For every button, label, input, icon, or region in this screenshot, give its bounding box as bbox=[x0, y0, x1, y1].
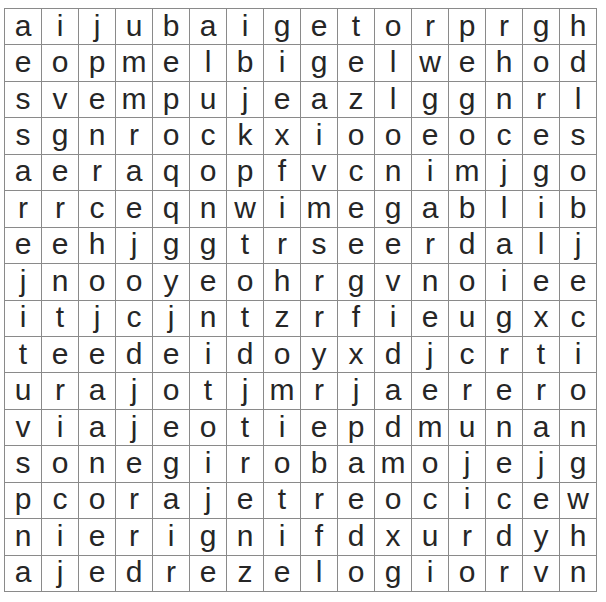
cell-r15c9[interactable]: f bbox=[301, 519, 338, 555]
cell-r4c3[interactable]: n bbox=[79, 118, 116, 154]
cell-r8c12[interactable]: n bbox=[412, 264, 449, 300]
cell-r14c2[interactable]: c bbox=[42, 483, 79, 519]
cell-r12c10[interactable]: p bbox=[338, 410, 375, 446]
cell-r6c10[interactable]: e bbox=[338, 191, 375, 227]
cell-r5c3[interactable]: r bbox=[79, 155, 116, 191]
cell-r8c15[interactable]: e bbox=[523, 264, 560, 300]
cell-r16c5[interactable]: r bbox=[153, 556, 190, 592]
cell-r12c14[interactable]: n bbox=[486, 410, 523, 446]
cell-r16c16[interactable]: n bbox=[560, 556, 597, 592]
cell-r8c16[interactable]: e bbox=[560, 264, 597, 300]
cell-r6c8[interactable]: i bbox=[264, 191, 301, 227]
cell-r9c16[interactable]: c bbox=[560, 301, 597, 337]
cell-r2c6[interactable]: l bbox=[190, 45, 227, 81]
cell-r3c4[interactable]: m bbox=[116, 82, 153, 118]
cell-r2c1[interactable]: e bbox=[5, 45, 42, 81]
cell-r7c6[interactable]: g bbox=[190, 228, 227, 264]
cell-r15c6[interactable]: g bbox=[190, 519, 227, 555]
cell-r13c2[interactable]: o bbox=[42, 446, 79, 482]
cell-r16c12[interactable]: i bbox=[412, 556, 449, 592]
cell-r10c10[interactable]: x bbox=[338, 337, 375, 373]
cell-r1c9[interactable]: e bbox=[301, 9, 338, 45]
cell-r5c11[interactable]: n bbox=[375, 155, 412, 191]
cell-r6c12[interactable]: a bbox=[412, 191, 449, 227]
cell-r13c10[interactable]: a bbox=[338, 446, 375, 482]
cell-r16c1[interactable]: a bbox=[5, 556, 42, 592]
cell-r15c4[interactable]: r bbox=[116, 519, 153, 555]
cell-r3c11[interactable]: l bbox=[375, 82, 412, 118]
cell-r12c1[interactable]: v bbox=[5, 410, 42, 446]
cell-r1c1[interactable]: a bbox=[5, 9, 42, 45]
cell-r4c10[interactable]: o bbox=[338, 118, 375, 154]
cell-r7c5[interactable]: g bbox=[153, 228, 190, 264]
cell-r9c4[interactable]: c bbox=[116, 301, 153, 337]
cell-r6c6[interactable]: n bbox=[190, 191, 227, 227]
cell-r5c1[interactable]: a bbox=[5, 155, 42, 191]
cell-r4c1[interactable]: s bbox=[5, 118, 42, 154]
cell-r6c13[interactable]: b bbox=[449, 191, 486, 227]
cell-r3c16[interactable]: l bbox=[560, 82, 597, 118]
cell-r6c2[interactable]: r bbox=[42, 191, 79, 227]
cell-r13c11[interactable]: m bbox=[375, 446, 412, 482]
cell-r14c16[interactable]: w bbox=[560, 483, 597, 519]
cell-r8c3[interactable]: o bbox=[79, 264, 116, 300]
cell-r7c16[interactable]: j bbox=[560, 228, 597, 264]
cell-r1c2[interactable]: i bbox=[42, 9, 79, 45]
cell-r9c13[interactable]: u bbox=[449, 301, 486, 337]
cell-r10c12[interactable]: j bbox=[412, 337, 449, 373]
cell-r1c3[interactable]: j bbox=[79, 9, 116, 45]
cell-r9c2[interactable]: t bbox=[42, 301, 79, 337]
cell-r16c10[interactable]: o bbox=[338, 556, 375, 592]
cell-r16c13[interactable]: o bbox=[449, 556, 486, 592]
cell-r16c11[interactable]: g bbox=[375, 556, 412, 592]
cell-r5c16[interactable]: o bbox=[560, 155, 597, 191]
cell-r6c3[interactable]: c bbox=[79, 191, 116, 227]
cell-r13c3[interactable]: n bbox=[79, 446, 116, 482]
cell-r16c6[interactable]: e bbox=[190, 556, 227, 592]
cell-r7c10[interactable]: e bbox=[338, 228, 375, 264]
cell-r13c15[interactable]: j bbox=[523, 446, 560, 482]
cell-r13c4[interactable]: e bbox=[116, 446, 153, 482]
cell-r13c6[interactable]: i bbox=[190, 446, 227, 482]
cell-r12c6[interactable]: o bbox=[190, 410, 227, 446]
cell-r15c11[interactable]: x bbox=[375, 519, 412, 555]
cell-r13c12[interactable]: o bbox=[412, 446, 449, 482]
cell-r2c12[interactable]: w bbox=[412, 45, 449, 81]
cell-r10c8[interactable]: o bbox=[264, 337, 301, 373]
cell-r9c8[interactable]: z bbox=[264, 301, 301, 337]
cell-r2c15[interactable]: o bbox=[523, 45, 560, 81]
cell-r5c14[interactable]: j bbox=[486, 155, 523, 191]
cell-r10c14[interactable]: r bbox=[486, 337, 523, 373]
cell-r7c12[interactable]: r bbox=[412, 228, 449, 264]
cell-r15c3[interactable]: e bbox=[79, 519, 116, 555]
cell-r14c9[interactable]: r bbox=[301, 483, 338, 519]
cell-r1c15[interactable]: g bbox=[523, 9, 560, 45]
cell-r10c13[interactable]: c bbox=[449, 337, 486, 373]
cell-r2c11[interactable]: l bbox=[375, 45, 412, 81]
cell-r8c11[interactable]: v bbox=[375, 264, 412, 300]
cell-r7c9[interactable]: s bbox=[301, 228, 338, 264]
cell-r10c15[interactable]: t bbox=[523, 337, 560, 373]
cell-r3c14[interactable]: n bbox=[486, 82, 523, 118]
cell-r8c13[interactable]: o bbox=[449, 264, 486, 300]
cell-r16c15[interactable]: v bbox=[523, 556, 560, 592]
cell-r2c4[interactable]: m bbox=[116, 45, 153, 81]
cell-r2c13[interactable]: e bbox=[449, 45, 486, 81]
cell-r4c5[interactable]: o bbox=[153, 118, 190, 154]
cell-r8c8[interactable]: h bbox=[264, 264, 301, 300]
cell-r6c11[interactable]: g bbox=[375, 191, 412, 227]
cell-r16c2[interactable]: j bbox=[42, 556, 79, 592]
cell-r11c5[interactable]: o bbox=[153, 373, 190, 409]
cell-r3c8[interactable]: e bbox=[264, 82, 301, 118]
cell-r11c7[interactable]: j bbox=[227, 373, 264, 409]
cell-r8c7[interactable]: o bbox=[227, 264, 264, 300]
cell-r12c4[interactable]: j bbox=[116, 410, 153, 446]
cell-r11c13[interactable]: r bbox=[449, 373, 486, 409]
cell-r9c14[interactable]: g bbox=[486, 301, 523, 337]
cell-r3c5[interactable]: p bbox=[153, 82, 190, 118]
cell-r10c1[interactable]: t bbox=[5, 337, 42, 373]
cell-r1c11[interactable]: o bbox=[375, 9, 412, 45]
cell-r14c14[interactable]: c bbox=[486, 483, 523, 519]
cell-r4c8[interactable]: x bbox=[264, 118, 301, 154]
cell-r14c5[interactable]: a bbox=[153, 483, 190, 519]
cell-r1c16[interactable]: h bbox=[560, 9, 597, 45]
cell-r13c9[interactable]: b bbox=[301, 446, 338, 482]
cell-r8c5[interactable]: y bbox=[153, 264, 190, 300]
cell-r9c1[interactable]: i bbox=[5, 301, 42, 337]
cell-r11c16[interactable]: o bbox=[560, 373, 597, 409]
cell-r9c10[interactable]: f bbox=[338, 301, 375, 337]
cell-r14c10[interactable]: e bbox=[338, 483, 375, 519]
cell-r14c6[interactable]: j bbox=[190, 483, 227, 519]
cell-r6c5[interactable]: q bbox=[153, 191, 190, 227]
cell-r3c7[interactable]: j bbox=[227, 82, 264, 118]
cell-r15c8[interactable]: i bbox=[264, 519, 301, 555]
cell-r3c15[interactable]: r bbox=[523, 82, 560, 118]
cell-r2c10[interactable]: e bbox=[338, 45, 375, 81]
cell-r6c16[interactable]: b bbox=[560, 191, 597, 227]
cell-r3c1[interactable]: s bbox=[5, 82, 42, 118]
cell-r15c10[interactable]: d bbox=[338, 519, 375, 555]
cell-r11c9[interactable]: r bbox=[301, 373, 338, 409]
cell-r8c2[interactable]: n bbox=[42, 264, 79, 300]
cell-r14c4[interactable]: r bbox=[116, 483, 153, 519]
cell-r5c13[interactable]: m bbox=[449, 155, 486, 191]
cell-r8c4[interactable]: o bbox=[116, 264, 153, 300]
cell-r9c5[interactable]: j bbox=[153, 301, 190, 337]
cell-r4c11[interactable]: o bbox=[375, 118, 412, 154]
word-search-grid: aijubaigetorprgheopmelbigelwehodsvempuje… bbox=[4, 8, 597, 592]
cell-r12c5[interactable]: e bbox=[153, 410, 190, 446]
cell-r10c2[interactable]: e bbox=[42, 337, 79, 373]
cell-r7c15[interactable]: l bbox=[523, 228, 560, 264]
cell-r3c3[interactable]: e bbox=[79, 82, 116, 118]
cell-r7c14[interactable]: a bbox=[486, 228, 523, 264]
cell-r11c10[interactable]: j bbox=[338, 373, 375, 409]
cell-r1c5[interactable]: b bbox=[153, 9, 190, 45]
cell-r5c2[interactable]: e bbox=[42, 155, 79, 191]
cell-r4c16[interactable]: s bbox=[560, 118, 597, 154]
cell-r4c4[interactable]: r bbox=[116, 118, 153, 154]
cell-r4c7[interactable]: k bbox=[227, 118, 264, 154]
cell-r10c4[interactable]: d bbox=[116, 337, 153, 373]
cell-r13c5[interactable]: g bbox=[153, 446, 190, 482]
cell-r9c12[interactable]: e bbox=[412, 301, 449, 337]
cell-r7c3[interactable]: h bbox=[79, 228, 116, 264]
cell-r14c1[interactable]: p bbox=[5, 483, 42, 519]
cell-r13c14[interactable]: e bbox=[486, 446, 523, 482]
cell-r12c9[interactable]: e bbox=[301, 410, 338, 446]
cell-r9c11[interactable]: i bbox=[375, 301, 412, 337]
cell-r11c1[interactable]: u bbox=[5, 373, 42, 409]
cell-r4c12[interactable]: e bbox=[412, 118, 449, 154]
cell-r6c15[interactable]: i bbox=[523, 191, 560, 227]
cell-r8c10[interactable]: g bbox=[338, 264, 375, 300]
cell-r15c15[interactable]: y bbox=[523, 519, 560, 555]
cell-r4c6[interactable]: c bbox=[190, 118, 227, 154]
cell-r4c15[interactable]: e bbox=[523, 118, 560, 154]
cell-r11c6[interactable]: t bbox=[190, 373, 227, 409]
cell-r16c14[interactable]: r bbox=[486, 556, 523, 592]
cell-r11c2[interactable]: r bbox=[42, 373, 79, 409]
cell-r13c1[interactable]: s bbox=[5, 446, 42, 482]
cell-r9c9[interactable]: r bbox=[301, 301, 338, 337]
cell-r12c15[interactable]: a bbox=[523, 410, 560, 446]
cell-r1c12[interactable]: r bbox=[412, 9, 449, 45]
cell-r1c8[interactable]: g bbox=[264, 9, 301, 45]
cell-r15c2[interactable]: i bbox=[42, 519, 79, 555]
cell-r4c2[interactable]: g bbox=[42, 118, 79, 154]
cell-r9c3[interactable]: j bbox=[79, 301, 116, 337]
cell-r6c9[interactable]: m bbox=[301, 191, 338, 227]
cell-r3c2[interactable]: v bbox=[42, 82, 79, 118]
cell-r1c10[interactable]: t bbox=[338, 9, 375, 45]
cell-r5c4[interactable]: a bbox=[116, 155, 153, 191]
cell-r3c6[interactable]: u bbox=[190, 82, 227, 118]
cell-r9c15[interactable]: x bbox=[523, 301, 560, 337]
cell-r2c5[interactable]: e bbox=[153, 45, 190, 81]
cell-r1c4[interactable]: u bbox=[116, 9, 153, 45]
cell-r16c7[interactable]: z bbox=[227, 556, 264, 592]
cell-r6c1[interactable]: r bbox=[5, 191, 42, 227]
cell-r12c13[interactable]: u bbox=[449, 410, 486, 446]
cell-r10c3[interactable]: e bbox=[79, 337, 116, 373]
cell-r6c7[interactable]: w bbox=[227, 191, 264, 227]
cell-r13c13[interactable]: j bbox=[449, 446, 486, 482]
cell-r5c9[interactable]: v bbox=[301, 155, 338, 191]
cell-r4c14[interactable]: c bbox=[486, 118, 523, 154]
cell-r3c9[interactable]: a bbox=[301, 82, 338, 118]
cell-r2c9[interactable]: g bbox=[301, 45, 338, 81]
cell-r12c12[interactable]: m bbox=[412, 410, 449, 446]
cell-r10c7[interactable]: d bbox=[227, 337, 264, 373]
cell-r5c5[interactable]: q bbox=[153, 155, 190, 191]
cell-r10c16[interactable]: i bbox=[560, 337, 597, 373]
cell-r12c16[interactable]: n bbox=[560, 410, 597, 446]
cell-r2c8[interactable]: i bbox=[264, 45, 301, 81]
cell-r13c16[interactable]: g bbox=[560, 446, 597, 482]
cell-r10c5[interactable]: e bbox=[153, 337, 190, 373]
cell-r12c2[interactable]: i bbox=[42, 410, 79, 446]
word-search-page: aijubaigetorprgheopmelbigelwehodsvempuje… bbox=[0, 0, 606, 602]
cell-r7c1[interactable]: e bbox=[5, 228, 42, 264]
cell-r6c4[interactable]: e bbox=[116, 191, 153, 227]
cell-r4c9[interactable]: i bbox=[301, 118, 338, 154]
cell-r7c2[interactable]: e bbox=[42, 228, 79, 264]
cell-r10c11[interactable]: d bbox=[375, 337, 412, 373]
cell-r14c15[interactable]: e bbox=[523, 483, 560, 519]
cell-r4c13[interactable]: o bbox=[449, 118, 486, 154]
cell-r12c11[interactable]: d bbox=[375, 410, 412, 446]
cell-r1c7[interactable]: i bbox=[227, 9, 264, 45]
cell-r1c14[interactable]: r bbox=[486, 9, 523, 45]
cell-r16c4[interactable]: d bbox=[116, 556, 153, 592]
cell-r3c10[interactable]: z bbox=[338, 82, 375, 118]
cell-r8c9[interactable]: r bbox=[301, 264, 338, 300]
cell-r11c8[interactable]: m bbox=[264, 373, 301, 409]
cell-r15c1[interactable]: n bbox=[5, 519, 42, 555]
cell-r2c3[interactable]: p bbox=[79, 45, 116, 81]
cell-r11c14[interactable]: e bbox=[486, 373, 523, 409]
cell-r7c13[interactable]: d bbox=[449, 228, 486, 264]
cell-r12c3[interactable]: a bbox=[79, 410, 116, 446]
cell-r5c15[interactable]: g bbox=[523, 155, 560, 191]
cell-r7c7[interactable]: t bbox=[227, 228, 264, 264]
cell-r15c13[interactable]: r bbox=[449, 519, 486, 555]
cell-r3c12[interactable]: g bbox=[412, 82, 449, 118]
cell-r9c7[interactable]: t bbox=[227, 301, 264, 337]
cell-r11c15[interactable]: r bbox=[523, 373, 560, 409]
cell-r7c8[interactable]: r bbox=[264, 228, 301, 264]
cell-r15c7[interactable]: n bbox=[227, 519, 264, 555]
cell-r5c12[interactable]: i bbox=[412, 155, 449, 191]
cell-r16c8[interactable]: e bbox=[264, 556, 301, 592]
cell-r13c7[interactable]: r bbox=[227, 446, 264, 482]
cell-r11c11[interactable]: a bbox=[375, 373, 412, 409]
cell-r10c9[interactable]: y bbox=[301, 337, 338, 373]
cell-r2c16[interactable]: d bbox=[560, 45, 597, 81]
cell-r8c1[interactable]: j bbox=[5, 264, 42, 300]
cell-r14c3[interactable]: o bbox=[79, 483, 116, 519]
cell-r11c3[interactable]: a bbox=[79, 373, 116, 409]
cell-r9c6[interactable]: n bbox=[190, 301, 227, 337]
cell-r12c7[interactable]: t bbox=[227, 410, 264, 446]
cell-r14c8[interactable]: t bbox=[264, 483, 301, 519]
cell-r1c6[interactable]: a bbox=[190, 9, 227, 45]
cell-r5c7[interactable]: p bbox=[227, 155, 264, 191]
cell-r7c4[interactable]: j bbox=[116, 228, 153, 264]
cell-r7c11[interactable]: e bbox=[375, 228, 412, 264]
cell-r5c10[interactable]: c bbox=[338, 155, 375, 191]
cell-r8c6[interactable]: e bbox=[190, 264, 227, 300]
cell-r14c12[interactable]: c bbox=[412, 483, 449, 519]
cell-r13c8[interactable]: o bbox=[264, 446, 301, 482]
cell-r15c14[interactable]: d bbox=[486, 519, 523, 555]
cell-r2c14[interactable]: h bbox=[486, 45, 523, 81]
cell-r1c13[interactable]: p bbox=[449, 9, 486, 45]
cell-r14c11[interactable]: o bbox=[375, 483, 412, 519]
cell-r14c7[interactable]: e bbox=[227, 483, 264, 519]
cell-r10c6[interactable]: i bbox=[190, 337, 227, 373]
cell-r16c3[interactable]: e bbox=[79, 556, 116, 592]
cell-r15c12[interactable]: u bbox=[412, 519, 449, 555]
cell-r15c5[interactable]: i bbox=[153, 519, 190, 555]
cell-r11c4[interactable]: j bbox=[116, 373, 153, 409]
cell-r6c14[interactable]: l bbox=[486, 191, 523, 227]
cell-r2c2[interactable]: o bbox=[42, 45, 79, 81]
cell-r8c14[interactable]: i bbox=[486, 264, 523, 300]
cell-r5c6[interactable]: o bbox=[190, 155, 227, 191]
cell-r15c16[interactable]: h bbox=[560, 519, 597, 555]
cell-r3c13[interactable]: g bbox=[449, 82, 486, 118]
cell-r5c8[interactable]: f bbox=[264, 155, 301, 191]
cell-r16c9[interactable]: l bbox=[301, 556, 338, 592]
cell-r12c8[interactable]: i bbox=[264, 410, 301, 446]
cell-r14c13[interactable]: i bbox=[449, 483, 486, 519]
cell-r11c12[interactable]: e bbox=[412, 373, 449, 409]
cell-r2c7[interactable]: b bbox=[227, 45, 264, 81]
